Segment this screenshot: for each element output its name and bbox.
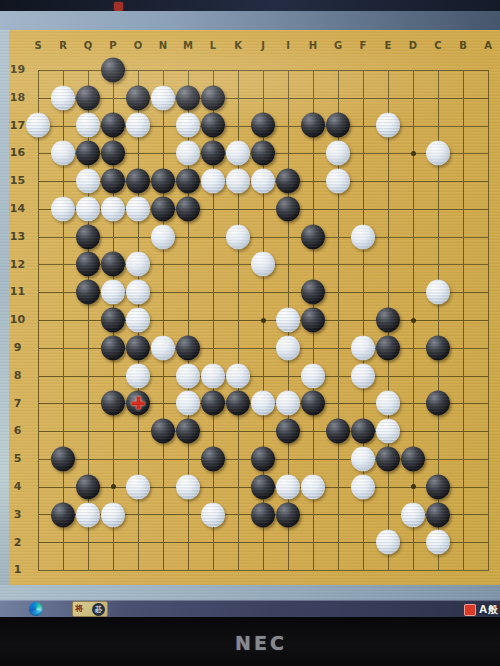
board-cell[interactable]	[226, 139, 251, 167]
board-cell[interactable]	[426, 112, 451, 140]
board-cell[interactable]	[51, 473, 76, 501]
board-cell[interactable]	[226, 501, 251, 529]
board-cell[interactable]	[201, 362, 226, 390]
board-cell[interactable]	[326, 112, 351, 140]
board-cell[interactable]	[451, 390, 476, 418]
board-cell[interactable]	[351, 195, 376, 223]
board-cell[interactable]	[451, 306, 476, 334]
board-cell[interactable]	[251, 306, 276, 334]
board-cell[interactable]	[401, 445, 426, 473]
board-cell[interactable]	[151, 278, 176, 306]
board-cell[interactable]	[201, 223, 226, 251]
board-cell[interactable]	[26, 139, 51, 167]
board-cell[interactable]	[451, 112, 476, 140]
board-cell[interactable]	[51, 84, 76, 112]
board-cell[interactable]	[476, 417, 500, 445]
board-cell[interactable]	[151, 251, 176, 279]
board-cell[interactable]	[401, 473, 426, 501]
board-cell[interactable]	[476, 390, 500, 418]
board-cell[interactable]	[176, 362, 201, 390]
board-cell[interactable]	[251, 390, 276, 418]
board-cell[interactable]	[401, 56, 426, 84]
board-cell[interactable]	[426, 167, 451, 195]
board-cell[interactable]	[151, 56, 176, 84]
board-cell[interactable]	[376, 473, 401, 501]
board-cell[interactable]	[76, 195, 101, 223]
board-cell[interactable]	[51, 223, 76, 251]
board-cell[interactable]	[101, 529, 126, 557]
board-cell[interactable]	[451, 362, 476, 390]
board-cell[interactable]	[126, 56, 151, 84]
board-cell[interactable]	[451, 84, 476, 112]
board-cell[interactable]	[276, 56, 301, 84]
board-cell[interactable]	[201, 278, 226, 306]
board-cell[interactable]	[51, 445, 76, 473]
board-cell[interactable]	[251, 251, 276, 279]
board-cell[interactable]	[426, 84, 451, 112]
board-cell[interactable]	[376, 306, 401, 334]
board-cell[interactable]	[26, 556, 51, 584]
board-cell[interactable]	[201, 306, 226, 334]
board-cell[interactable]	[201, 556, 226, 584]
board-cell[interactable]	[301, 56, 326, 84]
board-cell[interactable]	[401, 362, 426, 390]
board-cell[interactable]	[101, 167, 126, 195]
board-cell[interactable]	[426, 501, 451, 529]
board-cell[interactable]	[26, 473, 51, 501]
board-cell[interactable]	[326, 362, 351, 390]
board-cell[interactable]	[176, 473, 201, 501]
board-cell[interactable]	[151, 167, 176, 195]
board-cell[interactable]	[451, 251, 476, 279]
board-cell[interactable]	[76, 445, 101, 473]
board-cell[interactable]	[101, 473, 126, 501]
board-cell[interactable]	[451, 195, 476, 223]
board-cell[interactable]	[376, 529, 401, 557]
board-cell[interactable]	[51, 139, 76, 167]
board-cell[interactable]	[451, 473, 476, 501]
board-cell[interactable]	[301, 445, 326, 473]
board-cell[interactable]	[351, 556, 376, 584]
board-cell[interactable]	[301, 278, 326, 306]
board-cell[interactable]	[251, 529, 276, 557]
board-cell[interactable]	[401, 195, 426, 223]
board-cell[interactable]	[301, 417, 326, 445]
board-cell[interactable]	[401, 167, 426, 195]
board-cell[interactable]	[351, 501, 376, 529]
board-cell[interactable]	[351, 84, 376, 112]
board-cell[interactable]	[126, 390, 151, 418]
board-cell[interactable]	[276, 167, 301, 195]
board-cell[interactable]	[176, 167, 201, 195]
board-cell[interactable]	[376, 334, 401, 362]
board-cell[interactable]	[51, 306, 76, 334]
board-cell[interactable]	[351, 417, 376, 445]
board-cell[interactable]	[51, 529, 76, 557]
board-cell[interactable]	[251, 362, 276, 390]
board-cell[interactable]	[176, 195, 201, 223]
board-cell[interactable]	[251, 223, 276, 251]
board-cell[interactable]	[226, 362, 251, 390]
board-cell[interactable]	[276, 529, 301, 557]
board-cell[interactable]	[476, 139, 500, 167]
board-cell[interactable]	[101, 362, 126, 390]
board-cell[interactable]	[326, 84, 351, 112]
board-cell[interactable]	[401, 501, 426, 529]
board-cell[interactable]	[451, 417, 476, 445]
board-cell[interactable]	[351, 223, 376, 251]
board-cell[interactable]	[326, 251, 351, 279]
board-cell[interactable]	[301, 306, 326, 334]
board-cell[interactable]	[176, 529, 201, 557]
board-cell[interactable]	[326, 223, 351, 251]
board-cell[interactable]	[151, 84, 176, 112]
board-cell[interactable]	[276, 417, 301, 445]
board-cell[interactable]	[476, 362, 500, 390]
board-cell[interactable]	[301, 390, 326, 418]
board-cell[interactable]	[426, 362, 451, 390]
board-cell[interactable]	[351, 112, 376, 140]
board-cell[interactable]	[151, 390, 176, 418]
board-cell[interactable]	[226, 167, 251, 195]
board-cell[interactable]	[351, 473, 376, 501]
board-cell[interactable]	[351, 278, 376, 306]
board-cell[interactable]	[51, 501, 76, 529]
board-cell[interactable]	[126, 556, 151, 584]
board-cell[interactable]	[276, 306, 301, 334]
board-cell[interactable]	[126, 84, 151, 112]
board-cell[interactable]	[476, 556, 500, 584]
board-cell[interactable]	[376, 501, 401, 529]
board-cell[interactable]	[176, 334, 201, 362]
board-cell[interactable]	[351, 139, 376, 167]
board-cell[interactable]	[51, 251, 76, 279]
board-cell[interactable]	[51, 167, 76, 195]
board-cell[interactable]	[76, 84, 101, 112]
board-cell[interactable]	[476, 501, 500, 529]
board-cell[interactable]	[76, 556, 101, 584]
board-cell[interactable]	[76, 251, 101, 279]
board-cell[interactable]	[326, 167, 351, 195]
board-cell[interactable]	[176, 84, 201, 112]
board-cell[interactable]	[276, 195, 301, 223]
board-cell[interactable]	[476, 251, 500, 279]
board-cell[interactable]	[301, 501, 326, 529]
board-cell[interactable]	[101, 139, 126, 167]
board-cell[interactable]	[26, 278, 51, 306]
board-cell[interactable]	[26, 417, 51, 445]
board-cell[interactable]	[76, 473, 101, 501]
board-cell[interactable]	[401, 417, 426, 445]
board-cell[interactable]	[326, 195, 351, 223]
board-cell[interactable]	[301, 139, 326, 167]
board-cell[interactable]	[426, 278, 451, 306]
board-cell[interactable]	[176, 417, 201, 445]
board-cell[interactable]	[451, 529, 476, 557]
board-cell[interactable]	[251, 278, 276, 306]
board-cell[interactable]	[426, 195, 451, 223]
board-cell[interactable]	[226, 84, 251, 112]
board-cell[interactable]	[101, 56, 126, 84]
board-cell[interactable]	[426, 251, 451, 279]
board-cell[interactable]	[201, 56, 226, 84]
board-cell[interactable]	[426, 473, 451, 501]
board-cell[interactable]	[326, 306, 351, 334]
board-cell[interactable]	[251, 195, 276, 223]
board-cell[interactable]	[351, 362, 376, 390]
board-cell[interactable]	[201, 139, 226, 167]
board-cell[interactable]	[301, 112, 326, 140]
board-cell[interactable]	[301, 167, 326, 195]
board-cell[interactable]	[226, 529, 251, 557]
board-cell[interactable]	[101, 112, 126, 140]
board-cell[interactable]	[201, 501, 226, 529]
board-cell[interactable]	[476, 306, 500, 334]
board-cell[interactable]	[201, 334, 226, 362]
board-cell[interactable]	[151, 473, 176, 501]
board-cell[interactable]	[26, 195, 51, 223]
board-cell[interactable]	[151, 223, 176, 251]
board-cell[interactable]	[226, 278, 251, 306]
board-cell[interactable]	[326, 501, 351, 529]
board-cell[interactable]	[451, 139, 476, 167]
board-cell[interactable]	[26, 112, 51, 140]
board-cell[interactable]	[51, 278, 76, 306]
board-cell[interactable]	[351, 251, 376, 279]
board-cell[interactable]	[26, 501, 51, 529]
board-cell[interactable]	[376, 445, 401, 473]
board-cell[interactable]	[176, 278, 201, 306]
board-cell[interactable]	[376, 362, 401, 390]
board-cell[interactable]	[76, 139, 101, 167]
board-cell[interactable]	[401, 223, 426, 251]
board-cell[interactable]	[176, 390, 201, 418]
board-cell[interactable]	[226, 56, 251, 84]
board-cell[interactable]	[401, 84, 426, 112]
board-cell[interactable]	[26, 390, 51, 418]
board-cell[interactable]	[126, 139, 151, 167]
board-cell[interactable]	[226, 112, 251, 140]
board-cell[interactable]	[101, 501, 126, 529]
board-cell[interactable]	[326, 139, 351, 167]
board-cell[interactable]	[176, 556, 201, 584]
board-cell[interactable]	[101, 223, 126, 251]
board-cell[interactable]	[276, 223, 301, 251]
board-cell[interactable]	[126, 362, 151, 390]
board-cell[interactable]	[351, 167, 376, 195]
board-cell[interactable]	[151, 445, 176, 473]
board-cell[interactable]	[126, 195, 151, 223]
board-cell[interactable]	[326, 445, 351, 473]
board-cell[interactable]	[251, 473, 276, 501]
board-cell[interactable]	[301, 251, 326, 279]
board-cell[interactable]	[476, 84, 500, 112]
board-cell[interactable]	[301, 223, 326, 251]
board-cell[interactable]	[26, 362, 51, 390]
board-cell[interactable]	[301, 362, 326, 390]
board-cell[interactable]	[426, 390, 451, 418]
board-cell[interactable]	[326, 417, 351, 445]
board-cell[interactable]	[101, 445, 126, 473]
board-cell[interactable]	[451, 278, 476, 306]
board-cell[interactable]	[176, 56, 201, 84]
board-cell[interactable]	[251, 139, 276, 167]
board-cell[interactable]	[226, 223, 251, 251]
board-cell[interactable]	[226, 390, 251, 418]
board-cell[interactable]	[201, 84, 226, 112]
board-cell[interactable]	[176, 445, 201, 473]
board-cell[interactable]	[476, 529, 500, 557]
edge-browser-icon[interactable]	[29, 602, 43, 616]
board-cell[interactable]	[176, 139, 201, 167]
board-cell[interactable]	[276, 501, 301, 529]
board-cell[interactable]	[26, 445, 51, 473]
board-cell[interactable]	[276, 112, 301, 140]
board-cell[interactable]	[26, 84, 51, 112]
board-cell[interactable]	[51, 390, 76, 418]
board-cell[interactable]	[401, 139, 426, 167]
board-cell[interactable]	[76, 529, 101, 557]
board-cell[interactable]	[151, 195, 176, 223]
board-cell[interactable]	[176, 112, 201, 140]
board-cell[interactable]	[476, 56, 500, 84]
board-cell[interactable]	[251, 334, 276, 362]
board-cell[interactable]	[426, 306, 451, 334]
board-cell[interactable]	[376, 195, 401, 223]
board-cell[interactable]	[276, 84, 301, 112]
board-cell[interactable]	[351, 529, 376, 557]
board-cell[interactable]	[126, 529, 151, 557]
board-cell[interactable]	[426, 445, 451, 473]
board-cell[interactable]	[276, 278, 301, 306]
board-cell[interactable]	[151, 417, 176, 445]
board-cell[interactable]	[401, 112, 426, 140]
board-cell[interactable]	[201, 167, 226, 195]
board-cell[interactable]	[476, 278, 500, 306]
board-cell[interactable]	[26, 167, 51, 195]
board-cell[interactable]	[251, 417, 276, 445]
board-cell[interactable]	[451, 445, 476, 473]
board-cell[interactable]	[226, 473, 251, 501]
board-cell[interactable]	[426, 417, 451, 445]
board-cell[interactable]	[76, 306, 101, 334]
board-cell[interactable]	[101, 251, 126, 279]
board-cell[interactable]	[176, 501, 201, 529]
board-cell[interactable]	[101, 306, 126, 334]
ime-red-icon[interactable]	[464, 604, 476, 616]
board-cell[interactable]	[51, 362, 76, 390]
board-cell[interactable]	[226, 306, 251, 334]
board-cell[interactable]	[476, 167, 500, 195]
board-cell[interactable]	[426, 529, 451, 557]
board-cell[interactable]	[451, 334, 476, 362]
board-cell[interactable]	[76, 278, 101, 306]
board-cell[interactable]	[226, 195, 251, 223]
board-cell[interactable]	[376, 390, 401, 418]
board-cell[interactable]	[276, 362, 301, 390]
board-cell[interactable]	[426, 139, 451, 167]
board-cell[interactable]	[101, 390, 126, 418]
board-cell[interactable]	[101, 195, 126, 223]
board-cell[interactable]	[26, 529, 51, 557]
board-cell[interactable]	[476, 112, 500, 140]
board-cell[interactable]	[376, 56, 401, 84]
board-cell[interactable]	[51, 112, 76, 140]
board-cell[interactable]	[476, 195, 500, 223]
board-cell[interactable]	[276, 251, 301, 279]
board-cell[interactable]	[226, 251, 251, 279]
board-cell[interactable]	[426, 223, 451, 251]
board-cell[interactable]	[376, 167, 401, 195]
board-cell[interactable]	[276, 334, 301, 362]
board-cell[interactable]	[101, 84, 126, 112]
board-cell[interactable]	[101, 334, 126, 362]
board-cell[interactable]	[51, 334, 76, 362]
board-cell[interactable]	[351, 390, 376, 418]
board-cell[interactable]	[351, 306, 376, 334]
board-cell[interactable]	[201, 112, 226, 140]
board-cell[interactable]	[126, 334, 151, 362]
go-app-icon[interactable]: 将 碁	[72, 601, 108, 617]
board-cell[interactable]	[301, 529, 326, 557]
board-cell[interactable]	[276, 445, 301, 473]
board-cell[interactable]	[151, 556, 176, 584]
board-cell[interactable]	[201, 473, 226, 501]
board-cell[interactable]	[376, 84, 401, 112]
board-cell[interactable]	[26, 251, 51, 279]
board-cell[interactable]	[226, 334, 251, 362]
board-cell[interactable]	[126, 445, 151, 473]
board-cell[interactable]	[126, 112, 151, 140]
board-cell[interactable]	[401, 529, 426, 557]
board-cell[interactable]	[376, 417, 401, 445]
board-cell[interactable]	[126, 167, 151, 195]
board-cell[interactable]	[26, 334, 51, 362]
board-cell[interactable]	[26, 56, 51, 84]
board-cell[interactable]	[376, 556, 401, 584]
board-cell[interactable]	[76, 417, 101, 445]
board-cell[interactable]	[126, 306, 151, 334]
board-cell[interactable]	[476, 473, 500, 501]
board-cell[interactable]	[201, 417, 226, 445]
board-cell[interactable]	[301, 195, 326, 223]
board-cell[interactable]	[326, 56, 351, 84]
board-cell[interactable]	[226, 417, 251, 445]
board-cell[interactable]	[426, 556, 451, 584]
board-cell[interactable]	[151, 529, 176, 557]
board-cell[interactable]	[251, 445, 276, 473]
board-cell[interactable]	[326, 390, 351, 418]
board-cell[interactable]	[126, 278, 151, 306]
board-cell[interactable]	[126, 417, 151, 445]
board-cell[interactable]	[151, 501, 176, 529]
board-cell[interactable]	[101, 556, 126, 584]
board-cell[interactable]	[301, 334, 326, 362]
board-cell[interactable]	[401, 334, 426, 362]
board-cell[interactable]	[26, 306, 51, 334]
board-cell[interactable]	[76, 167, 101, 195]
ime-indicator[interactable]: A般	[464, 602, 499, 617]
board-cell[interactable]	[351, 334, 376, 362]
board-cell[interactable]	[251, 56, 276, 84]
board-cell[interactable]	[251, 112, 276, 140]
board-cell[interactable]	[126, 251, 151, 279]
board-cell[interactable]	[51, 195, 76, 223]
board-cell[interactable]	[376, 139, 401, 167]
board-cell[interactable]	[76, 223, 101, 251]
board-cell[interactable]	[426, 56, 451, 84]
board-cell[interactable]	[351, 445, 376, 473]
